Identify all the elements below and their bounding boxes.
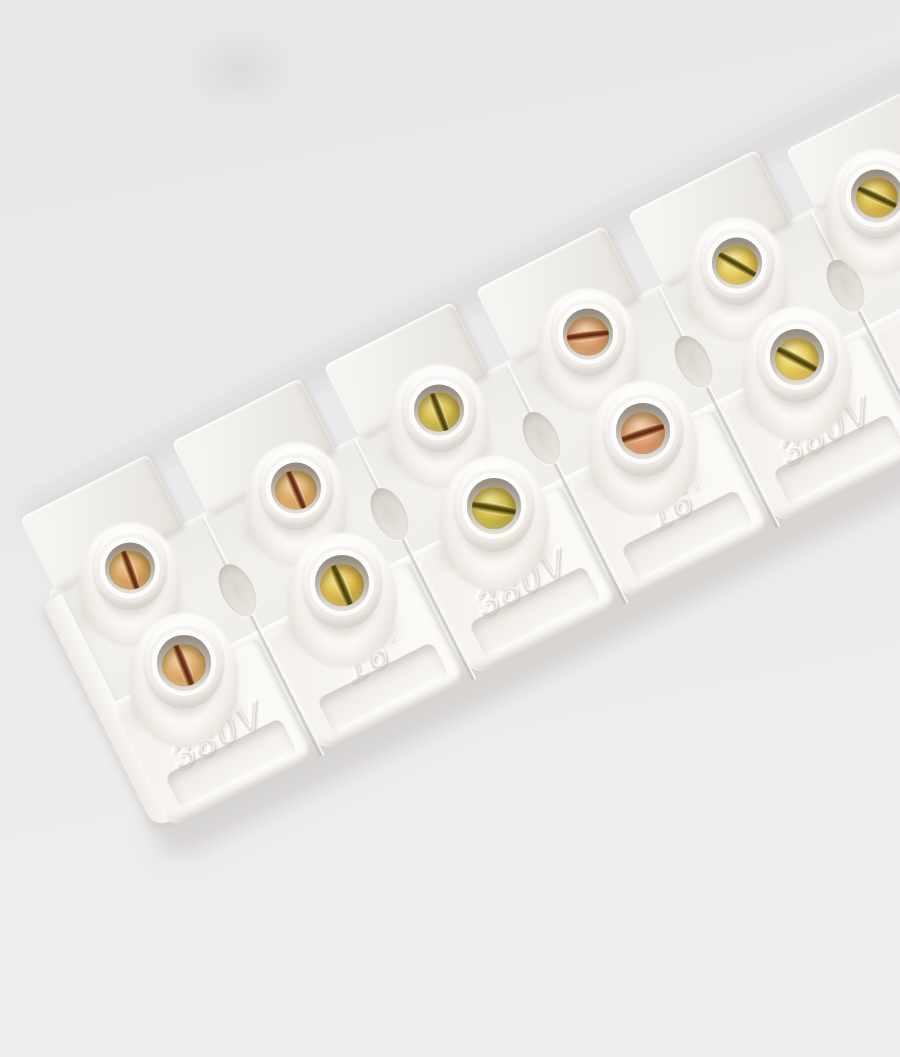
- screw-head: [775, 338, 819, 380]
- screw-head: [856, 178, 898, 218]
- screw-head: [621, 412, 665, 454]
- screw-slot: [621, 420, 665, 447]
- screw-tower: [838, 153, 900, 240]
- screw-slot: [282, 470, 311, 509]
- screw-towers-layer: [0, 0, 900, 1057]
- screw-slot: [425, 392, 452, 431]
- screw-head: [109, 550, 150, 589]
- photo-stage: 380V16▫380V16▫380V: [0, 0, 900, 1057]
- screw-head: [567, 316, 608, 355]
- screw-tower: [258, 446, 334, 531]
- screw-slot: [775, 342, 819, 377]
- screw-tower: [602, 385, 684, 477]
- screw-head: [418, 392, 459, 431]
- screw-tower: [143, 617, 225, 709]
- screw-tower: [756, 311, 838, 403]
- screw-head: [320, 564, 364, 606]
- screw-head: [162, 644, 206, 686]
- screw-tower: [453, 460, 535, 552]
- screw-slot: [117, 550, 143, 589]
- screw-head: [275, 470, 316, 509]
- screw-slot: [472, 498, 516, 518]
- screw-tower: [699, 221, 775, 306]
- screw-slot: [856, 183, 898, 214]
- screw-slot: [169, 644, 199, 686]
- screw-head: [472, 487, 516, 529]
- screw-tower: [92, 526, 168, 611]
- screw-slot: [326, 564, 358, 606]
- screw-tower: [301, 537, 383, 629]
- screw-slot: [567, 328, 608, 344]
- screw-head: [716, 245, 757, 284]
- screw-slot: [716, 248, 757, 281]
- screw-tower: [401, 368, 477, 453]
- screw-tower: [550, 292, 626, 377]
